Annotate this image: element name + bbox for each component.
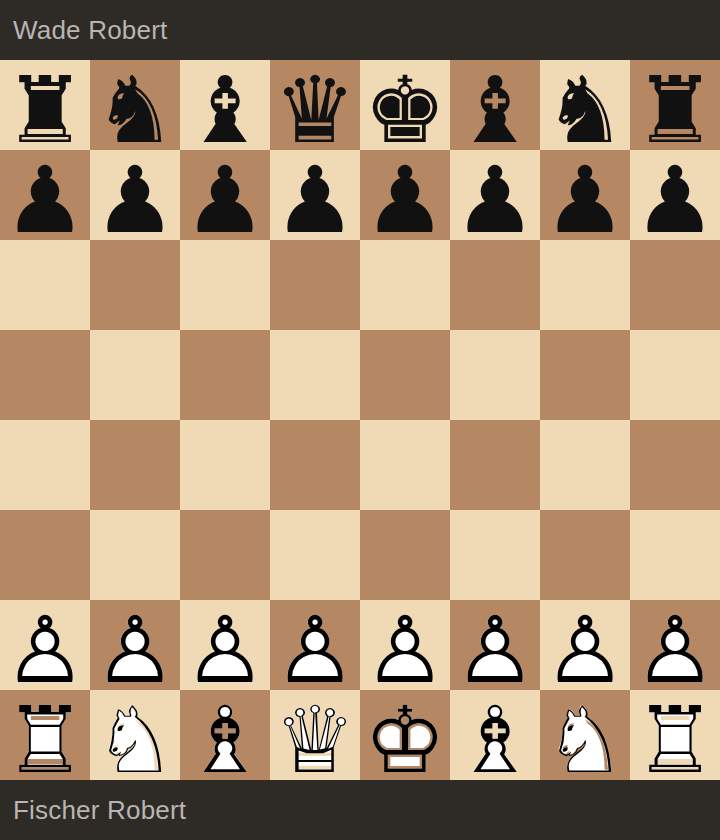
piece-fill-glyph: ♟ bbox=[630, 155, 720, 245]
piece-outline-glyph: ♙ bbox=[450, 605, 540, 695]
piece-fill-glyph: ♝ bbox=[450, 65, 540, 155]
board: ♜♞♝♛♚♝♞♜♟♟♟♟♟♟♟♟♟♙♟♙♟♙♟♙♟♙♟♙♟♙♟♙♜♖♞♘♝♗♛♕… bbox=[0, 60, 720, 780]
square-a4[interactable] bbox=[0, 420, 90, 510]
square-d5[interactable] bbox=[270, 330, 360, 420]
square-e7[interactable]: ♟ bbox=[360, 150, 450, 240]
square-d6[interactable] bbox=[270, 240, 360, 330]
square-g1[interactable]: ♞♘ bbox=[540, 690, 630, 780]
square-b5[interactable] bbox=[90, 330, 180, 420]
piece-white-bishop[interactable]: ♝♗ bbox=[180, 690, 270, 780]
piece-white-pawn[interactable]: ♟♙ bbox=[540, 600, 630, 690]
square-f5[interactable] bbox=[450, 330, 540, 420]
square-e6[interactable] bbox=[360, 240, 450, 330]
square-g3[interactable] bbox=[540, 510, 630, 600]
piece-white-pawn[interactable]: ♟♙ bbox=[0, 600, 90, 690]
square-f8[interactable]: ♝ bbox=[450, 60, 540, 150]
piece-fill-glyph: ♚ bbox=[360, 65, 450, 155]
piece-black-knight[interactable]: ♞ bbox=[540, 60, 630, 150]
piece-black-rook[interactable]: ♜ bbox=[0, 60, 90, 150]
player-top-name: Wade Robert bbox=[13, 15, 167, 46]
square-h8[interactable]: ♜ bbox=[630, 60, 720, 150]
piece-black-queen[interactable]: ♛ bbox=[270, 60, 360, 150]
piece-fill-glyph: ♟ bbox=[360, 155, 450, 245]
square-b8[interactable]: ♞ bbox=[90, 60, 180, 150]
square-c2[interactable]: ♟♙ bbox=[180, 600, 270, 690]
square-a2[interactable]: ♟♙ bbox=[0, 600, 90, 690]
square-a1[interactable]: ♜♖ bbox=[0, 690, 90, 780]
square-h5[interactable] bbox=[630, 330, 720, 420]
piece-black-pawn[interactable]: ♟ bbox=[450, 150, 540, 240]
square-d4[interactable] bbox=[270, 420, 360, 510]
square-f2[interactable]: ♟♙ bbox=[450, 600, 540, 690]
square-c1[interactable]: ♝♗ bbox=[180, 690, 270, 780]
piece-white-queen[interactable]: ♛♕ bbox=[270, 690, 360, 780]
piece-fill-glyph: ♟ bbox=[180, 155, 270, 245]
square-b1[interactable]: ♞♘ bbox=[90, 690, 180, 780]
piece-black-bishop[interactable]: ♝ bbox=[180, 60, 270, 150]
piece-outline-glyph: ♙ bbox=[90, 605, 180, 695]
piece-fill-glyph: ♟ bbox=[270, 155, 360, 245]
piece-white-knight[interactable]: ♞♘ bbox=[540, 690, 630, 780]
piece-outline-glyph: ♙ bbox=[540, 605, 630, 695]
player-bottom-name: Fischer Robert bbox=[13, 795, 186, 826]
square-a5[interactable] bbox=[0, 330, 90, 420]
piece-outline-glyph: ♙ bbox=[0, 605, 90, 695]
square-e4[interactable] bbox=[360, 420, 450, 510]
square-g7[interactable]: ♟ bbox=[540, 150, 630, 240]
piece-black-pawn[interactable]: ♟ bbox=[630, 150, 720, 240]
piece-fill-glyph: ♜ bbox=[0, 65, 90, 155]
piece-outline-glyph: ♖ bbox=[0, 695, 90, 785]
square-f4[interactable] bbox=[450, 420, 540, 510]
square-e3[interactable] bbox=[360, 510, 450, 600]
square-a8[interactable]: ♜ bbox=[0, 60, 90, 150]
square-e8[interactable]: ♚ bbox=[360, 60, 450, 150]
square-c7[interactable]: ♟ bbox=[180, 150, 270, 240]
square-c6[interactable] bbox=[180, 240, 270, 330]
piece-white-king[interactable]: ♚♔ bbox=[360, 690, 450, 780]
piece-black-bishop[interactable]: ♝ bbox=[450, 60, 540, 150]
piece-outline-glyph: ♕ bbox=[270, 695, 360, 785]
square-f7[interactable]: ♟ bbox=[450, 150, 540, 240]
piece-fill-glyph: ♟ bbox=[450, 155, 540, 245]
piece-fill-glyph: ♞ bbox=[90, 65, 180, 155]
square-b6[interactable] bbox=[90, 240, 180, 330]
square-d1[interactable]: ♛♕ bbox=[270, 690, 360, 780]
square-d2[interactable]: ♟♙ bbox=[270, 600, 360, 690]
square-b2[interactable]: ♟♙ bbox=[90, 600, 180, 690]
piece-black-knight[interactable]: ♞ bbox=[90, 60, 180, 150]
square-e1[interactable]: ♚♔ bbox=[360, 690, 450, 780]
piece-white-pawn[interactable]: ♟♙ bbox=[450, 600, 540, 690]
square-h7[interactable]: ♟ bbox=[630, 150, 720, 240]
piece-outline-glyph: ♔ bbox=[360, 695, 450, 785]
piece-fill-glyph: ♟ bbox=[540, 155, 630, 245]
piece-outline-glyph: ♘ bbox=[90, 695, 180, 785]
square-f1[interactable]: ♝♗ bbox=[450, 690, 540, 780]
piece-fill-glyph: ♛ bbox=[270, 65, 360, 155]
piece-outline-glyph: ♗ bbox=[450, 695, 540, 785]
square-d8[interactable]: ♛ bbox=[270, 60, 360, 150]
piece-outline-glyph: ♙ bbox=[180, 605, 270, 695]
square-e5[interactable] bbox=[360, 330, 450, 420]
square-g6[interactable] bbox=[540, 240, 630, 330]
square-g8[interactable]: ♞ bbox=[540, 60, 630, 150]
square-g2[interactable]: ♟♙ bbox=[540, 600, 630, 690]
piece-white-rook[interactable]: ♜♖ bbox=[0, 690, 90, 780]
piece-black-king[interactable]: ♚ bbox=[360, 60, 450, 150]
piece-white-knight[interactable]: ♞♘ bbox=[90, 690, 180, 780]
square-f3[interactable] bbox=[450, 510, 540, 600]
piece-black-pawn[interactable]: ♟ bbox=[90, 150, 180, 240]
square-e2[interactable]: ♟♙ bbox=[360, 600, 450, 690]
piece-outline-glyph: ♙ bbox=[630, 605, 720, 695]
piece-fill-glyph: ♟ bbox=[90, 155, 180, 245]
square-a6[interactable] bbox=[0, 240, 90, 330]
piece-black-pawn[interactable]: ♟ bbox=[540, 150, 630, 240]
piece-outline-glyph: ♙ bbox=[360, 605, 450, 695]
piece-white-pawn[interactable]: ♟♙ bbox=[360, 600, 450, 690]
piece-white-pawn[interactable]: ♟♙ bbox=[90, 600, 180, 690]
piece-outline-glyph: ♗ bbox=[180, 695, 270, 785]
square-g5[interactable] bbox=[540, 330, 630, 420]
piece-fill-glyph: ♜ bbox=[630, 65, 720, 155]
square-c4[interactable] bbox=[180, 420, 270, 510]
player-top-bar: Wade Robert bbox=[0, 0, 720, 60]
piece-white-pawn[interactable]: ♟♙ bbox=[270, 600, 360, 690]
square-a7[interactable]: ♟ bbox=[0, 150, 90, 240]
square-b4[interactable] bbox=[90, 420, 180, 510]
piece-black-pawn[interactable]: ♟ bbox=[0, 150, 90, 240]
square-d7[interactable]: ♟ bbox=[270, 150, 360, 240]
square-b7[interactable]: ♟ bbox=[90, 150, 180, 240]
piece-white-pawn[interactable]: ♟♙ bbox=[630, 600, 720, 690]
piece-black-rook[interactable]: ♜ bbox=[630, 60, 720, 150]
square-h3[interactable] bbox=[630, 510, 720, 600]
square-a3[interactable] bbox=[0, 510, 90, 600]
piece-white-pawn[interactable]: ♟♙ bbox=[180, 600, 270, 690]
square-g4[interactable] bbox=[540, 420, 630, 510]
square-c5[interactable] bbox=[180, 330, 270, 420]
piece-outline-glyph: ♙ bbox=[270, 605, 360, 695]
piece-fill-glyph: ♞ bbox=[540, 65, 630, 155]
piece-black-pawn[interactable]: ♟ bbox=[360, 150, 450, 240]
piece-fill-glyph: ♟ bbox=[0, 155, 90, 245]
square-d3[interactable] bbox=[270, 510, 360, 600]
piece-black-pawn[interactable]: ♟ bbox=[180, 150, 270, 240]
piece-outline-glyph: ♖ bbox=[630, 695, 720, 785]
square-c8[interactable]: ♝ bbox=[180, 60, 270, 150]
piece-white-bishop[interactable]: ♝♗ bbox=[450, 690, 540, 780]
square-h2[interactable]: ♟♙ bbox=[630, 600, 720, 690]
square-h1[interactable]: ♜♖ bbox=[630, 690, 720, 780]
piece-black-pawn[interactable]: ♟ bbox=[270, 150, 360, 240]
square-c3[interactable] bbox=[180, 510, 270, 600]
piece-white-rook[interactable]: ♜♖ bbox=[630, 690, 720, 780]
piece-outline-glyph: ♘ bbox=[540, 695, 630, 785]
square-h6[interactable] bbox=[630, 240, 720, 330]
piece-fill-glyph: ♝ bbox=[180, 65, 270, 155]
square-h4[interactable] bbox=[630, 420, 720, 510]
square-b3[interactable] bbox=[90, 510, 180, 600]
square-f6[interactable] bbox=[450, 240, 540, 330]
